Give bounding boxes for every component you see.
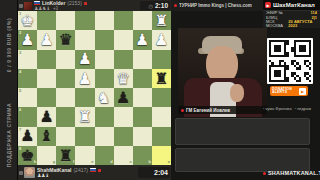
square-d3[interactable]: [95, 50, 114, 69]
file-label-f: f: [73, 160, 74, 164]
bottom-player-clock: 2:04: [138, 167, 170, 178]
square-c4[interactable]: ♛: [114, 69, 133, 88]
white-king-h1[interactable]: ♚: [21, 12, 35, 28]
square-c1[interactable]: [114, 11, 133, 30]
file-label-g: g: [53, 160, 55, 164]
square-g3[interactable]: [37, 50, 56, 69]
top-player-badge-icon: [84, 2, 87, 5]
square-d2[interactable]: [95, 30, 114, 49]
square-g6[interactable]: ♟: [37, 107, 56, 126]
square-d4[interactable]: [95, 69, 114, 88]
square-e2[interactable]: [75, 30, 94, 49]
chat-panel-upper: [175, 118, 310, 145]
white-queen-c4[interactable]: ♛: [116, 70, 130, 86]
supporter-chips: кума Фролова педрам: [263, 106, 317, 111]
square-h2[interactable]: ♟2: [18, 30, 37, 49]
chess-board: ♚1♜♟2♟♛♟♟3♟4♟♛♜5♞♟6♟♜♟7♝♚8hg♜fedcba: [18, 11, 171, 165]
support-sidebar: 0 / 9 999 RUB (0%) ПОДДЕРЖКА СТРИМА: [0, 0, 18, 180]
file-label-e: e: [91, 160, 93, 164]
watermark-dot-icon: [263, 172, 266, 175]
rank-label-8: 8: [19, 147, 21, 151]
square-e1[interactable]: [75, 11, 94, 30]
tournament-title-bar: ТУРНИР Immo Kings | Chess.com: [171, 0, 263, 11]
square-g8[interactable]: g: [37, 146, 56, 165]
channel-name: ШахМатКанал: [273, 2, 315, 8]
black-rook-f8[interactable]: ♜: [59, 147, 73, 163]
stream-watermark: SHAHMATKANAL.TV: [263, 170, 320, 176]
supporter-chip: кума Фролова: [263, 106, 292, 111]
square-f1[interactable]: [56, 11, 75, 30]
square-d7[interactable]: [95, 127, 114, 146]
square-a3[interactable]: [152, 50, 171, 69]
square-b2[interactable]: ♟: [133, 30, 152, 49]
info-value: 20 АВГУСТА 2023: [288, 20, 317, 28]
info-row: МСК МОСКВА 20 АВГУСТА 2023: [266, 20, 317, 28]
square-e5[interactable]: [75, 88, 94, 107]
bottom-menu-icon[interactable]: [19, 171, 23, 175]
white-pawn-g2[interactable]: ♟: [40, 32, 54, 48]
file-label-b: b: [148, 160, 150, 164]
rank-label-5: 5: [19, 89, 21, 93]
webcam-feed: ГМ Евгений Иовлев: [178, 28, 267, 117]
bottom-player-bar: ShahMatKanal (2417) ♟♟♝ 2:04: [18, 165, 171, 180]
square-d6[interactable]: [95, 107, 114, 126]
square-c5[interactable]: ♟: [114, 88, 133, 107]
square-f7[interactable]: [56, 127, 75, 146]
square-a6[interactable]: [152, 107, 171, 126]
caption-dot-icon: [181, 109, 184, 112]
square-c8[interactable]: c: [114, 146, 133, 165]
bottom-captured-pieces: ♟♟♝: [37, 173, 49, 178]
channel-logo: ▶ ШахМатКанал: [263, 0, 320, 10]
top-player-bar: LinKolder (2153) ♟♟♞♝ +3 ◷ 2:10: [18, 0, 171, 11]
square-b5[interactable]: [133, 88, 152, 107]
square-d8[interactable]: d: [95, 146, 114, 165]
stream-support-label: ПОДДЕРЖКА СТРИМА: [6, 103, 12, 168]
square-c7[interactable]: [114, 127, 133, 146]
board-column: LinKolder (2153) ♟♟♞♝ +3 ◷ 2:10 ♚1♜♟2♟♛♟…: [18, 0, 171, 180]
white-knight-d5[interactable]: ♞: [97, 89, 111, 105]
square-b1[interactable]: [133, 11, 152, 30]
banner-play-icon: ▶: [299, 88, 306, 95]
black-pawn-h7[interactable]: ♟: [21, 128, 35, 144]
square-a1[interactable]: ♜: [152, 11, 171, 30]
streamer-hand: [230, 84, 244, 102]
info-label: МСК МОСКВА: [266, 20, 288, 28]
stream-screen: 0 / 9 999 RUB (0%) ПОДДЕРЖКА СТРИМА LinK…: [0, 0, 320, 180]
square-f2[interactable]: ♛: [56, 30, 75, 49]
rank-label-1: 1: [19, 12, 21, 16]
top-player-avatar: [24, 2, 32, 10]
square-d1[interactable]: [95, 11, 114, 30]
streamer-caption: ГМ Евгений Иовлев: [186, 108, 230, 113]
square-f5[interactable]: [56, 88, 75, 107]
banner-line2: ALERTS: [272, 91, 292, 95]
black-queen-f2[interactable]: ♛: [59, 32, 73, 48]
square-g5[interactable]: [37, 88, 56, 107]
square-b3[interactable]: [133, 50, 152, 69]
black-bishop-g7[interactable]: ♝: [40, 128, 54, 144]
qr-code: [267, 38, 313, 84]
white-rook-a1[interactable]: ♜: [154, 12, 168, 28]
file-label-d: d: [110, 160, 112, 164]
watermark-text: SHAHMATKANAL.TV: [268, 170, 320, 176]
donation-goal-label: 0 / 9 999 RUB (0%): [6, 18, 12, 72]
square-f3[interactable]: [56, 50, 75, 69]
white-pawn-b2[interactable]: ♟: [135, 32, 149, 48]
square-a4[interactable]: ♜: [152, 69, 171, 88]
file-label-h: h: [34, 160, 36, 164]
square-a2[interactable]: ♟: [152, 30, 171, 49]
supporter-chip: педрам: [295, 106, 311, 111]
white-pawn-h2[interactable]: ♟: [21, 32, 35, 48]
white-rook-e6[interactable]: ♜: [78, 109, 92, 125]
square-g2[interactable]: ♟: [37, 30, 56, 49]
square-h4[interactable]: 4: [18, 69, 37, 88]
black-king-h8[interactable]: ♚: [21, 147, 35, 163]
square-b4[interactable]: [133, 69, 152, 88]
menu-icon[interactable]: [19, 4, 23, 8]
square-b6[interactable]: [133, 107, 152, 126]
black-rook-a4[interactable]: ♜: [154, 70, 168, 86]
rank-label-6: 6: [19, 108, 21, 112]
square-h7[interactable]: ♟7: [18, 127, 37, 146]
rank-label-7: 7: [19, 128, 21, 132]
rank-label-2: 2: [19, 31, 21, 35]
square-a7[interactable]: [152, 127, 171, 146]
square-a5[interactable]: [152, 88, 171, 107]
white-pawn-e3[interactable]: ♟: [78, 51, 92, 67]
file-label-a: a: [168, 160, 170, 164]
square-f4[interactable]: [56, 69, 75, 88]
bottom-player-flag-icon: [90, 168, 96, 172]
square-h1[interactable]: ♚1: [18, 11, 37, 30]
square-b8[interactable]: b: [133, 146, 152, 165]
white-pawn-a2[interactable]: ♟: [154, 32, 168, 48]
white-pawn-e4[interactable]: ♟: [78, 70, 92, 86]
top-material-advantage: +3: [53, 6, 58, 11]
square-e8[interactable]: e: [75, 146, 94, 165]
rank-label-4: 4: [19, 70, 21, 74]
tournament-title: ТУРНИР Immo Kings | Chess.com: [179, 3, 252, 8]
square-f6[interactable]: [56, 107, 75, 126]
play-icon: ▶: [265, 2, 271, 8]
bottom-player-badge-icon: [98, 169, 101, 172]
square-c3[interactable]: [114, 50, 133, 69]
webcam-caption-bar: ГМ Евгений Иовлев: [178, 106, 267, 114]
file-label-c: c: [130, 160, 132, 164]
qr-pattern: [269, 40, 311, 82]
rank-label-3: 3: [19, 51, 21, 55]
bottom-player-avatar: [24, 167, 35, 178]
square-c2[interactable]: [114, 30, 133, 49]
stream-right-panel: ТУРНИР Immo Kings | Chess.com ▶ ШахМатКа…: [171, 0, 320, 180]
top-player-clock: ◷ 2:10: [140, 1, 170, 10]
square-d5[interactable]: ♞: [95, 88, 114, 107]
square-g1[interactable]: [37, 11, 56, 30]
square-h3[interactable]: 3: [18, 50, 37, 69]
black-pawn-g6[interactable]: ♟: [40, 109, 54, 125]
square-h5[interactable]: 5: [18, 88, 37, 107]
black-pawn-c5[interactable]: ♟: [116, 89, 130, 105]
square-g4[interactable]: [37, 69, 56, 88]
top-captured-pieces: ♟♟♞♝: [34, 6, 50, 11]
square-h6[interactable]: 6: [18, 107, 37, 126]
live-dot-icon: [174, 4, 177, 7]
clock-icon: ◷: [149, 3, 153, 9]
square-e6[interactable]: ♜: [75, 107, 94, 126]
square-c6[interactable]: [114, 107, 133, 126]
square-e3[interactable]: ♟: [75, 50, 94, 69]
square-a8[interactable]: a: [152, 146, 171, 165]
square-h8[interactable]: ♚8h: [18, 146, 37, 165]
donation-banner[interactable]: DONATION ALERTS ▶: [270, 86, 308, 96]
square-b7[interactable]: [133, 127, 152, 146]
stream-info-box: ЭФИР № 114 БЛИЦ 2|1 МСК МОСКВА 20 АВГУСТ…: [263, 10, 320, 28]
square-g7[interactable]: ♝: [37, 127, 56, 146]
square-e4[interactable]: ♟: [75, 69, 94, 88]
square-f8[interactable]: ♜f: [56, 146, 75, 165]
square-e7[interactable]: [75, 127, 94, 146]
chat-panel-lower: [175, 148, 310, 172]
